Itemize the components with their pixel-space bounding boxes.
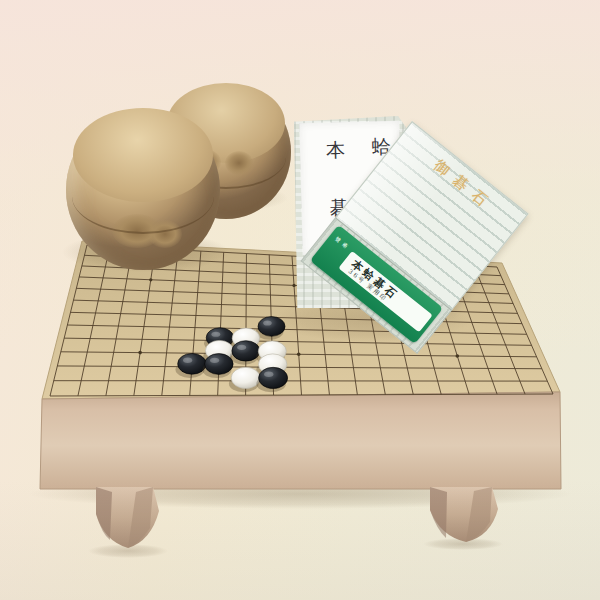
label-small-text: 本蛤 (346, 237, 352, 242)
bowl-lid-seam (72, 158, 214, 234)
label-small-text: 特選 (339, 232, 345, 237)
box-kanji-hon: 本 (326, 140, 345, 159)
stone-black-G3 (205, 354, 234, 375)
stone-black-J6 (258, 317, 285, 337)
stone-black-F3 (178, 353, 207, 374)
go-bowl-left (66, 110, 220, 270)
product-photo-go-board-set: 本 蛤 碁 石 御碁石 特選 本蛤 本蛤碁石 36号 実用印 (0, 0, 600, 600)
stone-white-H2 (231, 367, 260, 388)
stone-black-H4 (232, 341, 260, 361)
stone-black-J2 (259, 367, 288, 388)
